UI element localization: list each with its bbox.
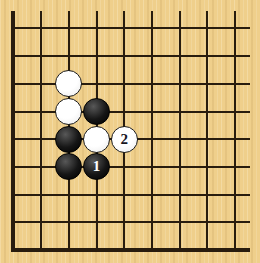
go-diagram: 21 — [0, 0, 260, 263]
move-number: 1 — [93, 159, 101, 174]
grid-line-vertical — [11, 11, 15, 252]
grid-line-horizontal — [11, 27, 250, 29]
grid-line-horizontal — [11, 248, 250, 252]
go-board[interactable]: 21 — [0, 0, 260, 263]
grid-line-horizontal — [11, 55, 250, 57]
stone-black — [83, 98, 110, 125]
stone-white — [55, 98, 82, 125]
grid-line-vertical — [40, 11, 42, 252]
grid-line-horizontal — [11, 166, 250, 168]
grid-line-horizontal — [11, 221, 250, 223]
stone-black: 1 — [83, 153, 110, 180]
grid-line-horizontal — [11, 111, 250, 113]
grid-line-horizontal — [11, 83, 250, 85]
grid-line-vertical — [179, 11, 181, 252]
stone-white — [83, 126, 110, 153]
grid-line-horizontal — [11, 194, 250, 196]
grid-line-vertical — [206, 11, 208, 252]
grid-line-vertical — [151, 11, 153, 252]
stone-black — [55, 126, 82, 153]
grid-line-vertical — [234, 11, 236, 252]
move-number: 2 — [120, 131, 128, 146]
stone-white: 2 — [111, 126, 138, 153]
stone-black — [55, 153, 82, 180]
stone-white — [55, 70, 82, 97]
